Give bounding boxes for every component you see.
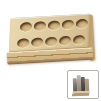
- product-photo: [0, 0, 101, 101]
- pit-r0-c1[interactable]: [34, 21, 46, 31]
- pit-r0-c4[interactable]: [76, 18, 88, 28]
- pit-r0-c3[interactable]: [62, 19, 74, 29]
- pit-r1-c1[interactable]: [31, 37, 43, 47]
- pit-r1-c3[interactable]: [59, 35, 71, 45]
- pit-r1-c0[interactable]: [17, 38, 29, 48]
- pit-r1-c2[interactable]: [45, 36, 57, 46]
- thumbnail-pieces-in-stand: [72, 73, 92, 97]
- pit-grid: [18, 15, 89, 51]
- pit-r1-c4[interactable]: [73, 34, 85, 44]
- mancala-board: [6, 12, 95, 68]
- board-top-surface: [9, 14, 91, 53]
- pit-r0-c2[interactable]: [48, 20, 60, 30]
- inset-photo-thumbnail[interactable]: [67, 70, 99, 99]
- pit-r0-c0[interactable]: [20, 21, 32, 31]
- thumbnail-stand-base: [72, 91, 90, 97]
